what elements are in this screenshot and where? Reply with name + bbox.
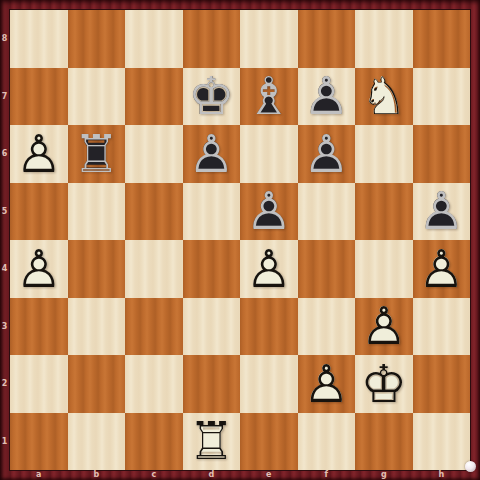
- piece-outline-glyph: ♖: [183, 415, 241, 467]
- black-bishop[interactable]: ♝♗: [240, 68, 298, 126]
- square-b5[interactable]: [68, 183, 126, 241]
- square-f3[interactable]: [298, 298, 356, 356]
- piece-outline-glyph: ♗: [240, 70, 298, 122]
- square-g8[interactable]: [355, 10, 413, 68]
- piece-outline-glyph: ♙: [355, 300, 413, 352]
- rank-label-3: 3: [0, 298, 9, 356]
- square-d3[interactable]: [183, 298, 241, 356]
- piece-fill-glyph: ♟: [10, 243, 68, 295]
- piece-outline-glyph: ♙: [10, 128, 68, 180]
- square-e1[interactable]: [240, 413, 298, 471]
- piece-fill-glyph: ♜: [68, 128, 126, 180]
- rank-label-1: 1: [0, 413, 9, 471]
- square-f8[interactable]: [298, 10, 356, 68]
- piece-outline-glyph: ♙: [413, 243, 471, 295]
- board-grid: ♚♔♝♗♟♙♞♘♟♙♜♖♟♙♟♙♟♙♟♙♟♙♟♙♟♙♟♙♟♙♚♔♜♖: [10, 10, 470, 470]
- white-pawn[interactable]: ♟♙: [10, 125, 68, 183]
- square-f4[interactable]: [298, 240, 356, 298]
- white-pawn[interactable]: ♟♙: [413, 240, 471, 298]
- piece-fill-glyph: ♟: [240, 185, 298, 237]
- square-c3[interactable]: [125, 298, 183, 356]
- square-b7[interactable]: [68, 68, 126, 126]
- piece-fill-glyph: ♟: [298, 358, 356, 410]
- square-c7[interactable]: [125, 68, 183, 126]
- rank-label-2: 2: [0, 355, 9, 413]
- file-label-f: f: [298, 469, 356, 480]
- square-b1[interactable]: [68, 413, 126, 471]
- square-e3[interactable]: [240, 298, 298, 356]
- piece-outline-glyph: ♔: [355, 358, 413, 410]
- piece-fill-glyph: ♟: [413, 243, 471, 295]
- square-d5[interactable]: [183, 183, 241, 241]
- piece-fill-glyph: ♞: [355, 70, 413, 122]
- file-label-a: a: [10, 469, 68, 480]
- piece-fill-glyph: ♟: [355, 300, 413, 352]
- square-a4[interactable]: ♟♙: [10, 240, 68, 298]
- file-label-g: g: [355, 469, 413, 480]
- piece-outline-glyph: ♙: [10, 243, 68, 295]
- chess-board: ♚♔♝♗♟♙♞♘♟♙♜♖♟♙♟♙♟♙♟♙♟♙♟♙♟♙♟♙♟♙♚♔♜♖ 87654…: [0, 0, 480, 480]
- square-c5[interactable]: [125, 183, 183, 241]
- piece-outline-glyph: ♘: [355, 70, 413, 122]
- piece-outline-glyph: ♙: [183, 128, 241, 180]
- square-b8[interactable]: [68, 10, 126, 68]
- square-e8[interactable]: [240, 10, 298, 68]
- black-pawn[interactable]: ♟♙: [298, 125, 356, 183]
- square-g7[interactable]: ♞♘: [355, 68, 413, 126]
- piece-fill-glyph: ♟: [183, 128, 241, 180]
- piece-fill-glyph: ♜: [183, 415, 241, 467]
- black-pawn[interactable]: ♟♙: [413, 183, 471, 241]
- square-g2[interactable]: ♚♔: [355, 355, 413, 413]
- square-e5[interactable]: ♟♙: [240, 183, 298, 241]
- square-d6[interactable]: ♟♙: [183, 125, 241, 183]
- square-f2[interactable]: ♟♙: [298, 355, 356, 413]
- piece-outline-glyph: ♙: [298, 128, 356, 180]
- square-a6[interactable]: ♟♙: [10, 125, 68, 183]
- file-label-b: b: [68, 469, 126, 480]
- square-c2[interactable]: [125, 355, 183, 413]
- square-f5[interactable]: [298, 183, 356, 241]
- piece-fill-glyph: ♝: [240, 70, 298, 122]
- white-pawn[interactable]: ♟♙: [10, 240, 68, 298]
- white-pawn[interactable]: ♟♙: [240, 240, 298, 298]
- square-h4[interactable]: ♟♙: [413, 240, 471, 298]
- square-a3[interactable]: [10, 298, 68, 356]
- square-h6[interactable]: [413, 125, 471, 183]
- square-h2[interactable]: [413, 355, 471, 413]
- rank-label-4: 4: [0, 240, 9, 298]
- black-king[interactable]: ♚♔: [183, 68, 241, 126]
- square-e6[interactable]: [240, 125, 298, 183]
- white-king[interactable]: ♚♔: [355, 355, 413, 413]
- square-a1[interactable]: [10, 413, 68, 471]
- black-pawn[interactable]: ♟♙: [240, 183, 298, 241]
- piece-outline-glyph: ♙: [240, 243, 298, 295]
- square-g4[interactable]: [355, 240, 413, 298]
- square-a2[interactable]: [10, 355, 68, 413]
- square-e4[interactable]: ♟♙: [240, 240, 298, 298]
- square-b4[interactable]: [68, 240, 126, 298]
- square-e2[interactable]: [240, 355, 298, 413]
- piece-fill-glyph: ♚: [355, 358, 413, 410]
- piece-fill-glyph: ♟: [10, 128, 68, 180]
- square-a8[interactable]: [10, 10, 68, 68]
- square-b2[interactable]: [68, 355, 126, 413]
- square-a5[interactable]: [10, 183, 68, 241]
- piece-outline-glyph: ♙: [298, 70, 356, 122]
- square-g1[interactable]: [355, 413, 413, 471]
- square-h7[interactable]: [413, 68, 471, 126]
- square-d7[interactable]: ♚♔: [183, 68, 241, 126]
- white-rook[interactable]: ♜♖: [183, 413, 241, 471]
- square-c1[interactable]: [125, 413, 183, 471]
- file-label-c: c: [125, 469, 183, 480]
- piece-fill-glyph: ♚: [183, 70, 241, 122]
- rank-label-8: 8: [0, 10, 9, 68]
- square-d8[interactable]: [183, 10, 241, 68]
- rank-label-7: 7: [0, 68, 9, 126]
- black-pawn[interactable]: ♟♙: [183, 125, 241, 183]
- black-pawn[interactable]: ♟♙: [298, 68, 356, 126]
- piece-fill-glyph: ♟: [298, 70, 356, 122]
- piece-outline-glyph: ♙: [298, 358, 356, 410]
- square-h8[interactable]: [413, 10, 471, 68]
- white-knight[interactable]: ♞♘: [355, 68, 413, 126]
- square-c8[interactable]: [125, 10, 183, 68]
- square-f1[interactable]: [298, 413, 356, 471]
- rank-label-6: 6: [0, 125, 9, 183]
- piece-fill-glyph: ♟: [298, 128, 356, 180]
- piece-outline-glyph: ♙: [413, 185, 471, 237]
- square-d2[interactable]: [183, 355, 241, 413]
- square-b3[interactable]: [68, 298, 126, 356]
- square-c6[interactable]: [125, 125, 183, 183]
- square-f7[interactable]: ♟♙: [298, 68, 356, 126]
- square-g6[interactable]: [355, 125, 413, 183]
- square-d4[interactable]: [183, 240, 241, 298]
- file-label-d: d: [183, 469, 241, 480]
- square-c4[interactable]: [125, 240, 183, 298]
- piece-fill-glyph: ♟: [240, 243, 298, 295]
- square-e7[interactable]: ♝♗: [240, 68, 298, 126]
- piece-outline-glyph: ♙: [240, 185, 298, 237]
- square-d1[interactable]: ♜♖: [183, 413, 241, 471]
- square-h5[interactable]: ♟♙: [413, 183, 471, 241]
- square-b6[interactable]: ♜♖: [68, 125, 126, 183]
- rank-label-5: 5: [0, 183, 9, 241]
- file-label-h: h: [413, 469, 471, 480]
- black-rook[interactable]: ♜♖: [68, 125, 126, 183]
- white-to-move-indicator: [465, 461, 476, 472]
- square-a7[interactable]: [10, 68, 68, 126]
- square-f6[interactable]: ♟♙: [298, 125, 356, 183]
- square-h1[interactable]: [413, 413, 471, 471]
- file-label-e: e: [240, 469, 298, 480]
- piece-outline-glyph: ♔: [183, 70, 241, 122]
- piece-outline-glyph: ♖: [68, 128, 126, 180]
- square-h3[interactable]: [413, 298, 471, 356]
- square-g5[interactable]: [355, 183, 413, 241]
- piece-fill-glyph: ♟: [413, 185, 471, 237]
- white-pawn[interactable]: ♟♙: [355, 298, 413, 356]
- square-g3[interactable]: ♟♙: [355, 298, 413, 356]
- white-pawn[interactable]: ♟♙: [298, 355, 356, 413]
